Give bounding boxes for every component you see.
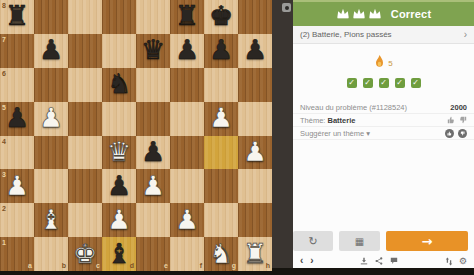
square-b3[interactable] [34, 169, 68, 203]
chess-board[interactable]: 8♜♜♚7♟♛♟♟♟6♞5♟♟♟4♛♟♟3♟♟♟2♝♟♟1abc♚d♝efg♞h… [0, 0, 272, 271]
piece-black-pawn[interactable]: ♟ [141, 138, 165, 165]
square-f3[interactable] [170, 169, 204, 203]
square-c7[interactable] [68, 34, 102, 68]
puzzle-theme-value: Batterie [328, 116, 356, 125]
vote-up-circle-icon[interactable] [445, 129, 454, 138]
square-c1[interactable]: c♚ [68, 237, 102, 271]
square-d2[interactable]: ♟ [102, 203, 136, 237]
square-g8[interactable]: ♚ [204, 0, 238, 34]
puzzle-themes-row[interactable]: (2) Batterie, Pions passés › [293, 26, 474, 44]
streak-check-icon: ✓ [363, 78, 373, 88]
square-a8[interactable]: 8♜ [0, 0, 34, 34]
square-b1[interactable]: b [34, 237, 68, 271]
square-f8[interactable]: ♜ [170, 0, 204, 34]
streak-indicator: 5 [293, 54, 474, 72]
streak-check-icon: ✓ [395, 78, 405, 88]
piece-white-knight[interactable]: ♞ [209, 240, 233, 267]
streak-checks: ✓✓✓✓✓ [293, 78, 474, 88]
crown-icon [352, 7, 366, 19]
puzzle-panel: Correct (2) Batterie, Pions passés › 5 ✓… [293, 0, 474, 268]
streak-count: 5 [388, 59, 392, 68]
square-b4[interactable] [34, 136, 68, 170]
square-b2[interactable]: ♝ [34, 203, 68, 237]
puzzle-themes-label: (2) Batterie, Pions passés [300, 30, 392, 39]
chevron-right-icon: › [464, 30, 467, 40]
square-g4[interactable] [204, 136, 238, 170]
square-e2[interactable] [136, 203, 170, 237]
rank-label-1: 1 [2, 239, 6, 246]
file-label-b: b [62, 262, 66, 269]
piece-white-pawn[interactable]: ♟ [39, 104, 63, 131]
square-e3[interactable]: ♟ [136, 169, 170, 203]
square-h3[interactable] [238, 169, 272, 203]
rank-label-4: 4 [2, 138, 6, 145]
piece-black-pawn[interactable]: ♟ [107, 172, 131, 199]
file-label-f: f [200, 262, 202, 269]
settings-gear-icon[interactable]: ⚙ [459, 257, 467, 266]
retry-icon: ↻ [308, 235, 317, 248]
square-f6[interactable] [170, 68, 204, 102]
square-h1[interactable]: h♜ [238, 237, 272, 271]
square-f1[interactable]: f [170, 237, 204, 271]
square-f4[interactable] [170, 136, 204, 170]
square-g7[interactable]: ♟ [204, 34, 238, 68]
thumb-up-icon[interactable] [447, 116, 455, 124]
square-b5[interactable]: ♟ [34, 102, 68, 136]
square-d4[interactable]: ♛ [102, 136, 136, 170]
piece-black-knight[interactable]: ♞ [107, 70, 131, 97]
piece-black-pawn[interactable]: ♟ [243, 36, 267, 63]
suggest-theme-label[interactable]: Suggérer un thème ▾ [300, 129, 370, 138]
crown-icon [368, 7, 382, 19]
piece-white-pawn[interactable]: ♟ [107, 206, 131, 233]
piece-black-bishop[interactable]: ♝ [107, 240, 131, 267]
file-label-a: a [28, 262, 32, 269]
comment-bubble-icon[interactable] [390, 257, 398, 265]
square-h2[interactable] [238, 203, 272, 237]
square-d8[interactable] [102, 0, 136, 34]
square-a7[interactable]: 7 [0, 34, 34, 68]
square-d3[interactable]: ♟ [102, 169, 136, 203]
footer-toolbar: ‹ › ⚙ [293, 255, 474, 267]
square-c5[interactable] [68, 102, 102, 136]
analysis-board-button[interactable]: ▦ [339, 231, 380, 251]
square-g2[interactable] [204, 203, 238, 237]
square-a4[interactable]: 4 [0, 136, 34, 170]
square-a1[interactable]: 1a [0, 237, 34, 271]
record-dot-icon [285, 6, 289, 10]
puzzle-theme-label: Thème: Batterie [300, 116, 355, 125]
square-e5[interactable] [136, 102, 170, 136]
flame-icon [374, 54, 385, 72]
result-label: Correct [391, 8, 432, 20]
piece-white-pawn[interactable]: ♟ [209, 104, 233, 131]
crown-icon [336, 7, 350, 19]
square-a5[interactable]: 5♟ [0, 102, 34, 136]
piece-black-rook[interactable]: ♜ [5, 2, 29, 29]
square-h6[interactable] [238, 68, 272, 102]
square-b6[interactable] [34, 68, 68, 102]
square-c3[interactable] [68, 169, 102, 203]
square-h4[interactable]: ♟ [238, 136, 272, 170]
result-banner: Correct [293, 0, 474, 26]
streak-check-icon: ✓ [347, 78, 357, 88]
thumb-down-icon[interactable] [459, 116, 467, 124]
square-e1[interactable]: e [136, 237, 170, 271]
square-d7[interactable] [102, 34, 136, 68]
piece-white-king[interactable]: ♚ [73, 240, 97, 267]
square-c6[interactable] [68, 68, 102, 102]
streak-check-icon: ✓ [379, 78, 389, 88]
square-h5[interactable] [238, 102, 272, 136]
square-g6[interactable] [204, 68, 238, 102]
piece-black-pawn[interactable]: ♟ [175, 36, 199, 63]
piece-black-king[interactable]: ♚ [209, 2, 233, 29]
download-icon[interactable] [360, 257, 368, 265]
piece-white-bishop[interactable]: ♝ [39, 206, 63, 233]
square-f2[interactable]: ♟ [170, 203, 204, 237]
flip-board-icon[interactable] [445, 257, 453, 266]
square-e6[interactable] [136, 68, 170, 102]
rank-label-7: 7 [2, 36, 6, 43]
square-e4[interactable]: ♟ [136, 136, 170, 170]
continue-arrow-icon: → [422, 234, 433, 249]
board-panel-gutter [272, 0, 293, 268]
prev-move-button[interactable]: ‹ [300, 256, 303, 266]
square-g3[interactable] [204, 169, 238, 203]
square-d6[interactable]: ♞ [102, 68, 136, 102]
piece-white-pawn[interactable]: ♟ [175, 206, 199, 233]
square-g5[interactable]: ♟ [204, 102, 238, 136]
piece-black-queen[interactable]: ♛ [141, 36, 165, 63]
crowns-row [336, 5, 384, 23]
square-f7[interactable]: ♟ [170, 34, 204, 68]
piece-black-pawn[interactable]: ♟ [5, 104, 29, 131]
square-g1[interactable]: g♞ [204, 237, 238, 271]
streak-check-icon: ✓ [411, 78, 421, 88]
piece-white-pawn[interactable]: ♟ [141, 172, 165, 199]
file-label-e: e [164, 262, 168, 269]
piece-white-pawn[interactable]: ♟ [5, 172, 29, 199]
square-b8[interactable] [34, 0, 68, 34]
square-d1[interactable]: d♝ [102, 237, 136, 271]
board-menu-button[interactable] [282, 3, 291, 12]
square-e7[interactable]: ♛ [136, 34, 170, 68]
rank-label-2: 2 [2, 205, 6, 212]
vote-down-circle-icon[interactable] [458, 129, 467, 138]
square-f5[interactable] [170, 102, 204, 136]
square-h7[interactable]: ♟ [238, 34, 272, 68]
square-a3[interactable]: 3♟ [0, 169, 34, 203]
rank-label-6: 6 [2, 70, 6, 77]
action-buttons: ↻ ▦ → [293, 231, 474, 251]
square-h8[interactable] [238, 0, 272, 34]
next-move-button[interactable]: › [310, 256, 313, 266]
puzzle-rating-row: Niveau du problème (#1128524) 2000 [293, 101, 474, 114]
retry-button[interactable]: ↻ [293, 231, 333, 251]
suggest-theme-row: Suggérer un thème ▾ [293, 127, 474, 140]
piece-black-pawn[interactable]: ♟ [209, 36, 233, 63]
puzzle-rating-value: 2000 [450, 103, 467, 112]
piece-black-rook[interactable]: ♜ [175, 2, 199, 29]
piece-white-rook[interactable]: ♜ [243, 240, 267, 267]
share-icon[interactable] [375, 257, 383, 265]
piece-white-pawn[interactable]: ♟ [243, 138, 267, 165]
puzzle-theme-row: Thème: Batterie [293, 114, 474, 127]
piece-white-queen[interactable]: ♛ [107, 138, 131, 165]
square-d5[interactable] [102, 102, 136, 136]
square-c8[interactable] [68, 0, 102, 34]
square-a2[interactable]: 2 [0, 203, 34, 237]
puzzle-rating-label: Niveau du problème (#1128524) [300, 103, 407, 112]
piece-black-pawn[interactable]: ♟ [39, 36, 63, 63]
square-c4[interactable] [68, 136, 102, 170]
square-a6[interactable]: 6 [0, 68, 34, 102]
continue-button[interactable]: → [386, 231, 468, 251]
square-e8[interactable] [136, 0, 170, 34]
puzzle-info: Niveau du problème (#1128524) 2000 Thème… [293, 101, 474, 140]
square-b7[interactable]: ♟ [34, 34, 68, 68]
analysis-board-icon: ▦ [355, 236, 364, 247]
square-c2[interactable] [68, 203, 102, 237]
